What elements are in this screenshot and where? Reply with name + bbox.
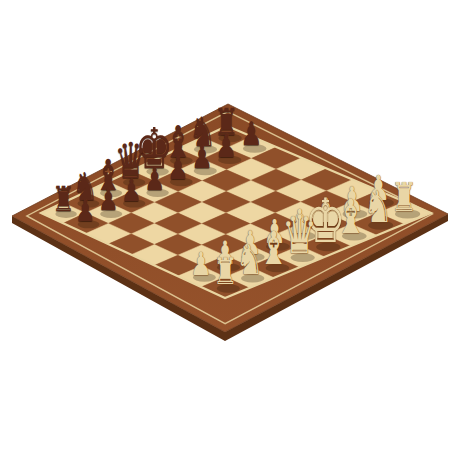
chess-scene: ♜♞♝♛♚♝♞♜♟♟♟♟♟♟♟♟♟♟♟♟♟♟♟♟♜♞♝♛♚♝♞♜ <box>0 0 450 450</box>
piece-dark-rook[interactable]: ♜ <box>50 182 76 217</box>
piece-dark-pawn[interactable]: ♟ <box>166 153 190 185</box>
piece-dark-pawn[interactable]: ♟ <box>97 185 120 216</box>
pieces-layer: ♜♞♝♛♚♝♞♜♟♟♟♟♟♟♟♟♟♟♟♟♟♟♟♟♜♞♝♛♚♝♞♜ <box>0 0 450 450</box>
piece-light-rook[interactable]: ♜ <box>211 254 239 291</box>
piece-dark-pawn[interactable]: ♟ <box>239 118 264 151</box>
piece-dark-pawn[interactable]: ♟ <box>143 164 166 195</box>
piece-dark-pawn[interactable]: ♟ <box>190 141 214 173</box>
piece-dark-pawn[interactable]: ♟ <box>74 196 97 226</box>
piece-light-pawn[interactable]: ♟ <box>189 248 213 280</box>
piece-dark-pawn[interactable]: ♟ <box>214 130 238 162</box>
piece-dark-pawn[interactable]: ♟ <box>120 175 143 206</box>
